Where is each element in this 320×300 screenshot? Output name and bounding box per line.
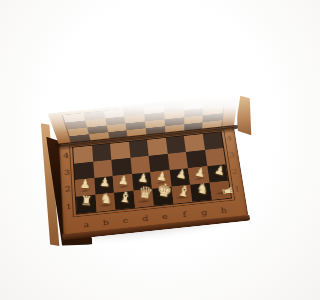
board-flat-half: ♟♟♟♟♟♟♟♟♜♞♝♛♚♝♞♜ 4321 4321 abcdefgh (59, 127, 248, 235)
square-h2: ♟ (207, 164, 228, 183)
file-label-d: d (135, 212, 156, 225)
file-label-f: f (174, 208, 195, 221)
rank-label-right-3: 3 (224, 146, 240, 164)
rank-label-left-3: 3 (60, 163, 74, 181)
piece-white-P-a2: ♟ (80, 179, 91, 191)
piece-white-P-b2: ♟ (99, 177, 110, 190)
square-e1: ♚ (152, 187, 173, 206)
square-c1: ♝ (114, 191, 135, 210)
square-g1: ♞ (190, 183, 211, 202)
square-g4 (184, 134, 205, 152)
square-d1: ♛ (133, 189, 154, 208)
rank-label-right-2: 2 (227, 163, 243, 181)
square-b1: ♞ (95, 193, 115, 212)
piece-white-P-f2: ♟ (175, 168, 188, 182)
piece-white-R-a1: ♜ (80, 195, 92, 209)
piece-white-P-c2: ♟ (118, 175, 130, 188)
product-photo-scene: ♟♟♟♟♟♟♟♟♜♞♝♛♚♝♞♜ 4321 4321 abcdefgh (0, 0, 300, 300)
rank-label-left-1: 1 (62, 197, 76, 216)
square-f1: ♝ (171, 185, 192, 204)
piece-white-B-c1: ♝ (118, 189, 133, 205)
rank-label-left-2: 2 (61, 180, 75, 199)
piece-white-N-g1: ♞ (195, 181, 211, 198)
square-h1: ♜ (209, 181, 231, 200)
piece-white-B-f1: ♝ (176, 182, 192, 199)
piece-white-K-e1: ♚ (155, 182, 173, 202)
piece-white-P-h2: ♟ (213, 164, 226, 178)
piece-white-Q-d1: ♛ (137, 185, 154, 203)
piece-white-N-b1: ♞ (99, 191, 113, 206)
square-a1: ♜ (76, 195, 96, 214)
folding-chess-board: ♟♟♟♟♟♟♟♟♜♞♝♛♚♝♞♜ 4321 4321 abcdefgh (30, 92, 272, 245)
rank-label-left-4: 4 (59, 147, 73, 165)
